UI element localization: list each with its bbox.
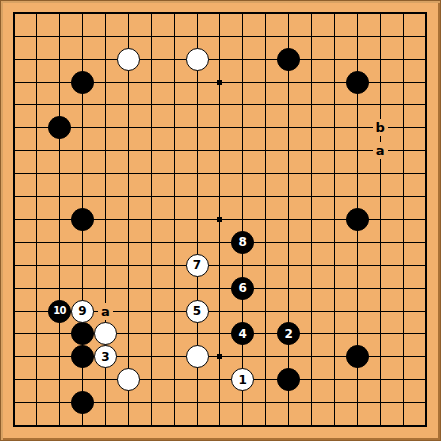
black-stone [277,368,300,391]
white-stone [117,368,140,391]
grid-line-vertical [242,12,243,426]
move-number: 8 [239,236,247,248]
move-number: 1 [239,374,247,386]
grid-line-vertical [334,12,335,426]
white-stone [117,48,140,71]
grid-line-vertical [311,12,312,426]
black-stone: 6 [231,277,254,300]
white-stone [94,322,117,345]
move-number: 3 [101,351,109,363]
grid-line-vertical [380,12,381,426]
grid-line-vertical [288,12,289,426]
black-stone [346,345,369,368]
move-number: 7 [193,259,201,271]
grid-line-horizontal [13,265,427,266]
black-stone: 2 [277,322,300,345]
black-stone [71,345,94,368]
black-stone [71,391,94,414]
white-stone [186,345,209,368]
white-stone: 1 [231,368,254,391]
black-stone [346,71,369,94]
white-stone: 7 [186,254,209,277]
grid-line-horizontal [13,242,427,243]
point-label-b: b [373,119,388,136]
white-stone [186,48,209,71]
move-number: 4 [239,328,247,340]
black-stone [71,322,94,345]
point-label-a: a [98,303,113,320]
black-stone [346,208,369,231]
grid-line-vertical [403,12,404,426]
star-point [217,217,222,222]
black-stone [71,71,94,94]
move-number: 2 [284,328,292,340]
grid-line-horizontal [13,379,427,380]
point-label-a: a [373,142,388,159]
black-stone [48,116,71,139]
white-stone: 9 [71,300,94,323]
white-stone: 5 [186,300,209,323]
black-stone [277,48,300,71]
go-board: 24681013579aba [0,0,441,441]
grid-line-vertical [265,12,266,426]
move-number: 10 [53,306,66,316]
white-stone: 3 [94,345,117,368]
black-stone [71,208,94,231]
star-point [217,80,222,85]
move-number: 6 [239,282,247,294]
black-stone: 8 [231,231,254,254]
grid-line-horizontal [13,425,427,427]
star-point [217,354,222,359]
move-number: 5 [193,305,201,317]
grid-line-horizontal [13,288,427,289]
move-number: 9 [78,305,86,317]
grid-line-vertical [425,12,427,426]
black-stone: 4 [231,322,254,345]
black-stone: 10 [48,300,71,323]
